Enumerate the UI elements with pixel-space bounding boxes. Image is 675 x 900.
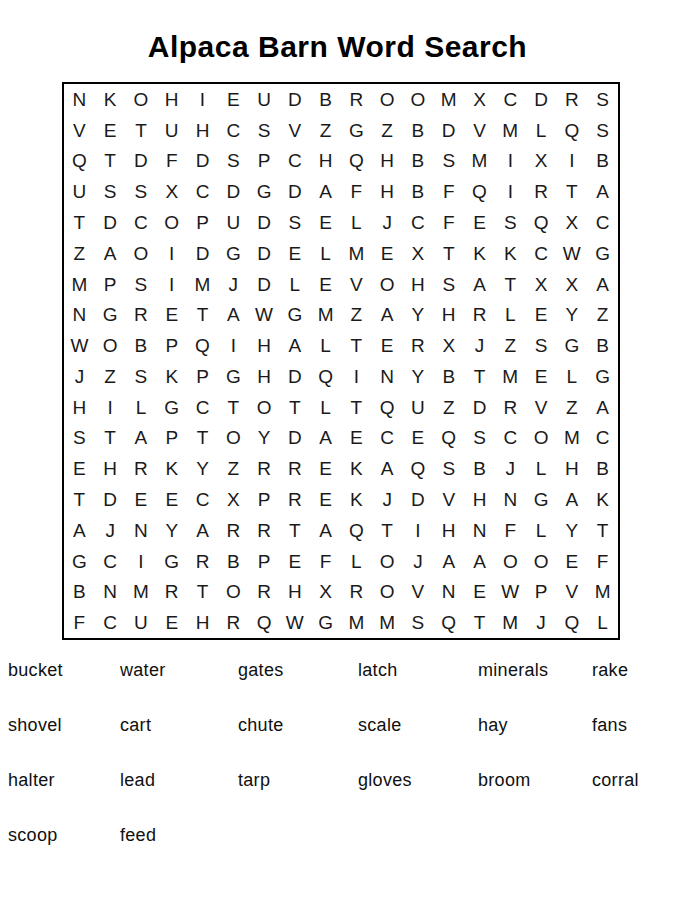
grid-cell[interactable]: U [126, 607, 157, 638]
grid-cell[interactable]: I [556, 146, 587, 177]
grid-cell[interactable]: Z [495, 330, 526, 361]
grid-cell[interactable]: G [279, 299, 310, 330]
grid-cell[interactable]: M [556, 423, 587, 454]
grid-cell[interactable]: P [249, 546, 280, 577]
grid-cell[interactable]: L [526, 115, 557, 146]
grid-cell[interactable]: G [556, 330, 587, 361]
grid-cell[interactable]: A [464, 269, 495, 300]
grid-cell[interactable]: R [249, 453, 280, 484]
grid-cell[interactable]: I [403, 515, 434, 546]
grid-cell[interactable]: G [218, 238, 249, 269]
grid-cell[interactable]: E [279, 238, 310, 269]
grid-cell[interactable]: D [279, 423, 310, 454]
grid-cell[interactable]: I [187, 84, 218, 115]
grid-cell[interactable]: K [341, 484, 372, 515]
grid-cell[interactable]: Q [403, 453, 434, 484]
grid-cell[interactable]: H [433, 515, 464, 546]
grid-cell[interactable]: C [95, 546, 126, 577]
grid-cell[interactable]: K [464, 238, 495, 269]
grid-cell[interactable]: G [218, 361, 249, 392]
grid-cell[interactable]: R [249, 515, 280, 546]
grid-cell[interactable]: T [279, 392, 310, 423]
grid-cell[interactable]: D [279, 176, 310, 207]
grid-cell[interactable]: L [526, 453, 557, 484]
grid-cell[interactable]: E [156, 299, 187, 330]
grid-cell[interactable]: E [156, 484, 187, 515]
grid-cell[interactable]: A [464, 546, 495, 577]
grid-cell[interactable]: L [587, 607, 618, 638]
grid-cell[interactable]: Y [556, 515, 587, 546]
grid-cell[interactable]: H [249, 361, 280, 392]
grid-cell[interactable]: T [95, 146, 126, 177]
grid-cell[interactable]: M [341, 238, 372, 269]
grid-cell[interactable]: Z [433, 392, 464, 423]
grid-cell[interactable]: M [433, 84, 464, 115]
grid-cell[interactable]: U [64, 176, 95, 207]
grid-cell[interactable]: D [187, 238, 218, 269]
grid-cell[interactable]: T [64, 484, 95, 515]
grid-cell[interactable]: Q [556, 607, 587, 638]
grid-cell[interactable]: G [156, 392, 187, 423]
grid-cell[interactable]: Q [310, 361, 341, 392]
grid-cell[interactable]: U [249, 84, 280, 115]
grid-cell[interactable]: G [587, 238, 618, 269]
grid-cell[interactable]: V [279, 115, 310, 146]
grid-cell[interactable]: M [464, 146, 495, 177]
grid-cell[interactable]: H [95, 453, 126, 484]
grid-cell[interactable]: L [341, 207, 372, 238]
grid-cell[interactable]: D [126, 146, 157, 177]
grid-cell[interactable]: Q [64, 146, 95, 177]
grid-cell[interactable]: A [310, 176, 341, 207]
grid-cell[interactable]: R [218, 607, 249, 638]
grid-cell[interactable]: A [433, 546, 464, 577]
grid-cell[interactable]: F [156, 146, 187, 177]
grid-cell[interactable]: D [187, 146, 218, 177]
grid-cell[interactable]: T [341, 330, 372, 361]
grid-cell[interactable]: R [464, 299, 495, 330]
grid-cell[interactable]: S [464, 423, 495, 454]
grid-cell[interactable]: O [126, 84, 157, 115]
grid-cell[interactable]: S [218, 146, 249, 177]
grid-cell[interactable]: E [464, 207, 495, 238]
grid-cell[interactable]: K [156, 453, 187, 484]
grid-cell[interactable]: U [156, 115, 187, 146]
grid-cell[interactable]: S [433, 453, 464, 484]
grid-cell[interactable]: C [187, 176, 218, 207]
grid-cell[interactable]: V [433, 484, 464, 515]
grid-cell[interactable]: V [341, 269, 372, 300]
grid-cell[interactable]: N [464, 515, 495, 546]
grid-cell[interactable]: A [279, 330, 310, 361]
grid-cell[interactable]: W [495, 576, 526, 607]
grid-cell[interactable]: S [126, 269, 157, 300]
grid-cell[interactable]: L [526, 515, 557, 546]
grid-cell[interactable]: C [495, 84, 526, 115]
grid-cell[interactable]: D [249, 269, 280, 300]
grid-cell[interactable]: Y [403, 299, 434, 330]
grid-cell[interactable]: A [64, 515, 95, 546]
grid-cell[interactable]: E [95, 115, 126, 146]
grid-cell[interactable]: O [249, 392, 280, 423]
grid-cell[interactable]: A [372, 453, 403, 484]
grid-cell[interactable]: P [95, 269, 126, 300]
grid-cell[interactable]: A [587, 392, 618, 423]
grid-cell[interactable]: D [218, 176, 249, 207]
grid-cell[interactable]: Z [64, 238, 95, 269]
grid-cell[interactable]: X [526, 269, 557, 300]
grid-cell[interactable]: T [279, 515, 310, 546]
grid-cell[interactable]: R [341, 84, 372, 115]
grid-cell[interactable]: D [249, 207, 280, 238]
grid-cell[interactable]: B [64, 576, 95, 607]
grid-cell[interactable]: N [495, 484, 526, 515]
grid-cell[interactable]: M [64, 269, 95, 300]
grid-cell[interactable]: X [218, 484, 249, 515]
grid-cell[interactable]: J [372, 484, 403, 515]
grid-cell[interactable]: X [310, 576, 341, 607]
grid-cell[interactable]: J [526, 607, 557, 638]
grid-cell[interactable]: B [218, 546, 249, 577]
grid-cell[interactable]: N [64, 84, 95, 115]
grid-cell[interactable]: I [218, 330, 249, 361]
grid-cell[interactable]: G [310, 607, 341, 638]
grid-cell[interactable]: S [433, 269, 464, 300]
grid-cell[interactable]: T [341, 392, 372, 423]
grid-cell[interactable]: O [526, 423, 557, 454]
grid-cell[interactable]: T [187, 576, 218, 607]
grid-cell[interactable]: Y [187, 453, 218, 484]
grid-cell[interactable]: B [126, 330, 157, 361]
grid-cell[interactable]: R [556, 84, 587, 115]
grid-cell[interactable]: L [126, 392, 157, 423]
grid-cell[interactable]: I [156, 238, 187, 269]
grid-cell[interactable]: A [372, 299, 403, 330]
grid-cell[interactable]: C [587, 207, 618, 238]
grid-cell[interactable]: Z [372, 115, 403, 146]
grid-cell[interactable]: D [279, 361, 310, 392]
grid-cell[interactable]: C [403, 207, 434, 238]
grid-cell[interactable]: E [372, 330, 403, 361]
grid-cell[interactable]: S [587, 115, 618, 146]
grid-cell[interactable]: F [433, 176, 464, 207]
grid-cell[interactable]: P [526, 576, 557, 607]
grid-cell[interactable]: X [433, 330, 464, 361]
grid-cell[interactable]: T [95, 423, 126, 454]
grid-cell[interactable]: N [126, 515, 157, 546]
grid-cell[interactable]: O [372, 546, 403, 577]
grid-cell[interactable]: G [587, 361, 618, 392]
grid-cell[interactable]: I [126, 546, 157, 577]
grid-cell[interactable]: R [156, 576, 187, 607]
grid-cell[interactable]: B [310, 84, 341, 115]
grid-cell[interactable]: L [556, 361, 587, 392]
grid-cell[interactable]: O [95, 330, 126, 361]
grid-cell[interactable]: L [310, 330, 341, 361]
grid-cell[interactable]: Y [556, 299, 587, 330]
grid-cell[interactable]: R [279, 453, 310, 484]
grid-cell[interactable]: C [279, 146, 310, 177]
grid-cell[interactable]: X [556, 269, 587, 300]
grid-cell[interactable]: F [587, 546, 618, 577]
grid-cell[interactable]: L [495, 299, 526, 330]
grid-cell[interactable]: X [156, 176, 187, 207]
grid-cell[interactable]: D [433, 115, 464, 146]
grid-cell[interactable]: M [495, 115, 526, 146]
grid-cell[interactable]: K [341, 453, 372, 484]
grid-cell[interactable]: R [187, 546, 218, 577]
grid-cell[interactable]: E [310, 269, 341, 300]
grid-cell[interactable]: A [95, 238, 126, 269]
grid-cell[interactable]: H [187, 607, 218, 638]
grid-cell[interactable]: M [310, 299, 341, 330]
grid-cell[interactable]: Z [556, 392, 587, 423]
grid-cell[interactable]: E [64, 453, 95, 484]
grid-cell[interactable]: N [95, 576, 126, 607]
grid-cell[interactable]: P [187, 207, 218, 238]
grid-cell[interactable]: Q [372, 392, 403, 423]
grid-cell[interactable]: Z [587, 299, 618, 330]
grid-cell[interactable]: T [187, 299, 218, 330]
grid-cell[interactable]: D [464, 392, 495, 423]
grid-cell[interactable]: R [126, 453, 157, 484]
grid-cell[interactable]: F [64, 607, 95, 638]
grid-cell[interactable]: H [279, 576, 310, 607]
grid-cell[interactable]: R [126, 299, 157, 330]
grid-cell[interactable]: O [372, 84, 403, 115]
grid-cell[interactable]: T [464, 361, 495, 392]
grid-cell[interactable]: V [464, 115, 495, 146]
grid-cell[interactable]: Q [526, 207, 557, 238]
grid-cell[interactable]: T [464, 607, 495, 638]
grid-cell[interactable]: L [310, 238, 341, 269]
grid-cell[interactable]: B [587, 330, 618, 361]
grid-cell[interactable]: M [587, 576, 618, 607]
grid-cell[interactable]: D [95, 484, 126, 515]
grid-cell[interactable]: P [156, 330, 187, 361]
grid-cell[interactable]: M [372, 607, 403, 638]
grid-cell[interactable]: C [587, 423, 618, 454]
grid-cell[interactable]: H [464, 484, 495, 515]
grid-cell[interactable]: F [433, 207, 464, 238]
grid-cell[interactable]: X [403, 238, 434, 269]
grid-cell[interactable]: O [218, 423, 249, 454]
grid-cell[interactable]: Z [310, 115, 341, 146]
grid-cell[interactable]: Q [249, 607, 280, 638]
grid-cell[interactable]: O [372, 269, 403, 300]
grid-cell[interactable]: A [310, 515, 341, 546]
grid-cell[interactable]: J [403, 546, 434, 577]
grid-cell[interactable]: R [495, 392, 526, 423]
grid-cell[interactable]: R [218, 515, 249, 546]
grid-cell[interactable]: M [495, 361, 526, 392]
grid-cell[interactable]: D [249, 238, 280, 269]
grid-cell[interactable]: U [403, 392, 434, 423]
grid-cell[interactable]: V [526, 392, 557, 423]
grid-cell[interactable]: K [587, 484, 618, 515]
grid-cell[interactable]: S [495, 207, 526, 238]
grid-cell[interactable]: H [187, 115, 218, 146]
grid-cell[interactable]: B [587, 146, 618, 177]
grid-cell[interactable]: B [587, 453, 618, 484]
grid-cell[interactable]: J [64, 361, 95, 392]
grid-cell[interactable]: E [279, 546, 310, 577]
grid-cell[interactable]: S [279, 207, 310, 238]
grid-cell[interactable]: X [556, 207, 587, 238]
grid-cell[interactable]: X [526, 146, 557, 177]
grid-cell[interactable]: C [95, 607, 126, 638]
grid-cell[interactable]: H [64, 392, 95, 423]
grid-cell[interactable]: H [372, 146, 403, 177]
grid-cell[interactable]: G [249, 176, 280, 207]
grid-cell[interactable]: E [464, 576, 495, 607]
grid-cell[interactable]: D [279, 84, 310, 115]
grid-cell[interactable]: R [341, 576, 372, 607]
grid-cell[interactable]: K [156, 361, 187, 392]
grid-cell[interactable]: S [587, 84, 618, 115]
grid-cell[interactable]: L [310, 392, 341, 423]
grid-cell[interactable]: V [64, 115, 95, 146]
grid-cell[interactable]: Y [403, 361, 434, 392]
grid-cell[interactable]: B [464, 453, 495, 484]
grid-cell[interactable]: Z [95, 361, 126, 392]
grid-cell[interactable]: A [310, 423, 341, 454]
grid-cell[interactable]: D [95, 207, 126, 238]
grid-cell[interactable]: Q [433, 423, 464, 454]
grid-cell[interactable]: O [526, 546, 557, 577]
grid-cell[interactable]: S [126, 176, 157, 207]
grid-cell[interactable]: Y [156, 515, 187, 546]
grid-cell[interactable]: D [526, 84, 557, 115]
grid-cell[interactable]: O [372, 576, 403, 607]
grid-cell[interactable]: D [403, 484, 434, 515]
grid-cell[interactable]: H [556, 453, 587, 484]
grid-cell[interactable]: I [95, 392, 126, 423]
grid-cell[interactable]: N [64, 299, 95, 330]
grid-cell[interactable]: E [126, 484, 157, 515]
grid-cell[interactable]: V [403, 576, 434, 607]
grid-cell[interactable]: S [403, 607, 434, 638]
grid-cell[interactable]: E [310, 484, 341, 515]
grid-cell[interactable]: X [464, 84, 495, 115]
grid-cell[interactable]: T [495, 269, 526, 300]
grid-cell[interactable]: B [403, 115, 434, 146]
grid-cell[interactable]: U [218, 207, 249, 238]
grid-cell[interactable]: G [156, 546, 187, 577]
grid-cell[interactable]: I [156, 269, 187, 300]
grid-cell[interactable]: T [556, 176, 587, 207]
grid-cell[interactable]: A [556, 484, 587, 515]
grid-cell[interactable]: H [249, 330, 280, 361]
grid-cell[interactable]: O [218, 576, 249, 607]
grid-cell[interactable]: Z [218, 453, 249, 484]
grid-cell[interactable]: C [187, 392, 218, 423]
grid-cell[interactable]: S [95, 176, 126, 207]
grid-cell[interactable]: I [341, 361, 372, 392]
grid-cell[interactable]: A [587, 269, 618, 300]
grid-cell[interactable]: O [495, 546, 526, 577]
grid-cell[interactable]: W [556, 238, 587, 269]
grid-cell[interactable]: E [526, 361, 557, 392]
grid-cell[interactable]: F [341, 176, 372, 207]
grid-cell[interactable]: T [187, 423, 218, 454]
grid-cell[interactable]: I [495, 176, 526, 207]
grid-cell[interactable]: C [495, 423, 526, 454]
grid-cell[interactable]: K [95, 84, 126, 115]
grid-cell[interactable]: H [403, 269, 434, 300]
grid-cell[interactable]: K [495, 238, 526, 269]
grid-cell[interactable]: N [372, 361, 403, 392]
grid-cell[interactable]: Q [556, 115, 587, 146]
grid-cell[interactable]: J [372, 207, 403, 238]
grid-cell[interactable]: Q [433, 607, 464, 638]
grid-cell[interactable]: J [495, 453, 526, 484]
grid-cell[interactable]: T [64, 207, 95, 238]
grid-cell[interactable]: E [310, 207, 341, 238]
grid-cell[interactable]: J [464, 330, 495, 361]
grid-cell[interactable]: B [403, 176, 434, 207]
grid-cell[interactable]: E [372, 238, 403, 269]
grid-cell[interactable]: R [249, 576, 280, 607]
grid-cell[interactable]: S [126, 361, 157, 392]
grid-cell[interactable]: Z [341, 299, 372, 330]
grid-cell[interactable]: G [526, 484, 557, 515]
grid-cell[interactable]: I [495, 146, 526, 177]
grid-cell[interactable]: E [310, 453, 341, 484]
grid-cell[interactable]: Q [341, 515, 372, 546]
grid-cell[interactable]: O [403, 84, 434, 115]
grid-cell[interactable]: C [218, 115, 249, 146]
grid-cell[interactable]: F [310, 546, 341, 577]
grid-cell[interactable]: C [126, 207, 157, 238]
grid-cell[interactable]: G [95, 299, 126, 330]
grid-cell[interactable]: J [218, 269, 249, 300]
grid-cell[interactable]: N [433, 576, 464, 607]
grid-cell[interactable]: Y [249, 423, 280, 454]
grid-cell[interactable]: A [187, 515, 218, 546]
grid-cell[interactable]: E [218, 84, 249, 115]
grid-cell[interactable]: A [587, 176, 618, 207]
grid-cell[interactable]: G [341, 115, 372, 146]
grid-cell[interactable]: O [156, 207, 187, 238]
grid-cell[interactable]: B [433, 361, 464, 392]
grid-cell[interactable]: W [249, 299, 280, 330]
grid-cell[interactable]: C [187, 484, 218, 515]
grid-cell[interactable]: E [156, 607, 187, 638]
grid-cell[interactable]: E [403, 423, 434, 454]
grid-cell[interactable]: H [372, 176, 403, 207]
grid-cell[interactable]: S [526, 330, 557, 361]
grid-cell[interactable]: R [279, 484, 310, 515]
grid-cell[interactable]: T [587, 515, 618, 546]
grid-cell[interactable]: W [279, 607, 310, 638]
grid-cell[interactable]: E [341, 423, 372, 454]
grid-cell[interactable]: P [249, 146, 280, 177]
grid-cell[interactable]: S [433, 146, 464, 177]
grid-cell[interactable]: Q [464, 176, 495, 207]
grid-cell[interactable]: P [156, 423, 187, 454]
grid-cell[interactable]: E [526, 299, 557, 330]
grid-cell[interactable]: E [556, 546, 587, 577]
grid-cell[interactable]: T [126, 115, 157, 146]
grid-cell[interactable]: Q [341, 146, 372, 177]
grid-cell[interactable]: M [495, 607, 526, 638]
grid-cell[interactable]: H [156, 84, 187, 115]
grid-cell[interactable]: B [403, 146, 434, 177]
grid-cell[interactable]: T [433, 238, 464, 269]
grid-cell[interactable]: P [249, 484, 280, 515]
grid-cell[interactable]: C [372, 423, 403, 454]
